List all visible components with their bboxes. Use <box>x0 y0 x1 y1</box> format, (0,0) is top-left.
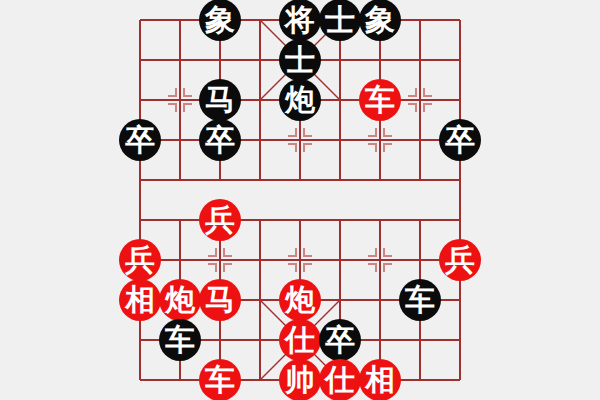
piece-red-chariot[interactable]: 车 <box>199 359 241 400</box>
piece-red-soldier[interactable]: 兵 <box>199 199 241 241</box>
piece-black-chariot[interactable]: 车 <box>159 319 201 361</box>
piece-red-soldier[interactable]: 兵 <box>119 239 161 281</box>
piece-red-cannon[interactable]: 炮 <box>279 279 321 321</box>
xiangqi-board[interactable]: 象将士象士马炮车卒卒卒兵兵兵相炮马炮车车仕卒车帅仕相 <box>140 20 460 380</box>
piece-red-advisor[interactable]: 仕 <box>279 319 321 361</box>
piece-black-soldier[interactable]: 卒 <box>199 119 241 161</box>
piece-red-cannon[interactable]: 炮 <box>159 279 201 321</box>
piece-red-general[interactable]: 帅 <box>279 359 321 400</box>
pieces-layer: 象将士象士马炮车卒卒卒兵兵兵相炮马炮车车仕卒车帅仕相 <box>140 20 460 380</box>
piece-red-elephant[interactable]: 相 <box>359 359 401 400</box>
piece-black-chariot[interactable]: 车 <box>399 279 441 321</box>
piece-black-soldier[interactable]: 卒 <box>439 119 481 161</box>
piece-black-soldier[interactable]: 卒 <box>319 319 361 361</box>
piece-black-advisor[interactable]: 士 <box>319 0 361 41</box>
piece-black-cannon[interactable]: 炮 <box>279 79 321 121</box>
piece-red-soldier[interactable]: 兵 <box>439 239 481 281</box>
piece-red-horse[interactable]: 马 <box>199 279 241 321</box>
piece-black-soldier[interactable]: 卒 <box>119 119 161 161</box>
xiangqi-app: 象将士象士马炮车卒卒卒兵兵兵相炮马炮车车仕卒车帅仕相 <box>0 0 600 400</box>
piece-red-chariot[interactable]: 车 <box>359 79 401 121</box>
piece-black-elephant[interactable]: 象 <box>199 0 241 41</box>
piece-black-horse[interactable]: 马 <box>199 79 241 121</box>
piece-red-advisor[interactable]: 仕 <box>319 359 361 400</box>
piece-red-elephant[interactable]: 相 <box>119 279 161 321</box>
piece-black-elephant[interactable]: 象 <box>359 0 401 41</box>
piece-black-advisor[interactable]: 士 <box>279 39 321 81</box>
piece-black-general[interactable]: 将 <box>279 0 321 41</box>
